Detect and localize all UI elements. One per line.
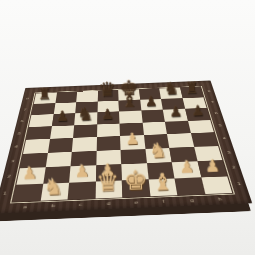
square-h6: ♟ — [185, 108, 210, 121]
square-h8: ♜ — [180, 87, 204, 98]
file-label-d: d — [107, 202, 111, 206]
rank-label-1-left: 1 — [3, 191, 8, 195]
square-d3 — [96, 150, 121, 166]
square-d5 — [97, 123, 120, 137]
square-e1: ♚ — [122, 179, 150, 197]
square-b4 — [47, 138, 73, 153]
square-b6: ♟ — [52, 113, 76, 126]
chess-board: ♜♛♚♞♜♝♟♟♞♟♟♟♟♞♟♟♟♟♟♞♛♚♝ abcdefgh11223344… — [0, 81, 252, 214]
square-g2: ♟ — [172, 161, 201, 178]
square-g6: ♟ — [163, 109, 188, 122]
square-h3 — [194, 146, 223, 162]
playing-area: ♜♛♚♞♜♝♟♟♞♟♟♟♟♞♟♟♟♟♟♞♛♚♝ — [13, 87, 233, 202]
rank-label-5-left: 5 — [17, 132, 21, 135]
square-e5 — [119, 122, 143, 136]
square-f2 — [146, 162, 174, 179]
rank-label-3-right: 3 — [227, 151, 231, 154]
square-h7 — [182, 97, 206, 109]
square-c7 — [75, 101, 97, 113]
white-pawn-a2: ♟ — [22, 165, 38, 182]
square-f1: ♝ — [148, 178, 177, 196]
square-g7 — [161, 98, 185, 110]
square-g3 — [169, 147, 197, 163]
square-h5 — [187, 120, 213, 133]
square-b1: ♞ — [40, 182, 69, 200]
rank-label-7-left: 7 — [23, 108, 26, 110]
rank-label-5-right: 5 — [218, 124, 222, 127]
rank-label-4-left: 4 — [14, 145, 18, 148]
square-a3 — [20, 153, 48, 169]
square-d6: ♟ — [97, 112, 120, 125]
file-label-e: e — [134, 201, 138, 205]
photo-scene: ♜♛♚♞♜♝♟♟♞♟♟♟♟♞♟♟♟♟♟♞♛♚♝ abcdefgh11223344… — [0, 0, 255, 255]
rank-label-4-right: 4 — [222, 137, 226, 140]
rank-label-8-right: 8 — [207, 90, 211, 92]
square-g4 — [167, 133, 194, 147]
black-rook-h8: ♜ — [185, 81, 199, 97]
black-knight-g8: ♞ — [163, 80, 179, 98]
square-b3 — [45, 152, 72, 168]
rank-label-2-right: 2 — [232, 166, 237, 169]
file-label-c: c — [79, 203, 82, 207]
file-label-h: h — [217, 197, 222, 201]
file-label-a: a — [23, 205, 27, 209]
square-a1 — [13, 183, 43, 201]
square-g5 — [165, 121, 191, 135]
square-e4: ♟ — [120, 135, 145, 150]
rank-label-8-left: 8 — [26, 98, 29, 100]
square-h2: ♟ — [197, 160, 227, 177]
square-c5 — [73, 124, 97, 138]
white-pawn-c2: ♟ — [74, 163, 90, 180]
square-e6 — [119, 111, 142, 124]
square-h4 — [190, 132, 218, 146]
square-f5 — [142, 122, 167, 136]
square-c2: ♟ — [69, 165, 96, 182]
square-d7 — [97, 100, 119, 112]
square-f4 — [143, 134, 169, 149]
rank-label-6-left: 6 — [20, 120, 24, 123]
rank-label-3-left: 3 — [11, 159, 15, 162]
square-g1 — [174, 177, 204, 195]
square-d2: ♟ — [95, 164, 121, 181]
square-a5 — [26, 126, 51, 140]
white-pawn-d2: ♟ — [100, 162, 116, 179]
square-d4 — [96, 136, 120, 151]
file-label-g: g — [190, 198, 195, 202]
file-label-f: f — [162, 200, 165, 204]
square-e3 — [121, 149, 147, 165]
board-frame: ♜♛♚♞♜♝♟♟♞♟♟♟♟♞♟♟♟♟♟♞♛♚♝ abcdefgh11223344… — [0, 81, 252, 214]
square-a4 — [23, 139, 49, 154]
rank-label-2-left: 2 — [7, 175, 11, 179]
square-b5 — [50, 125, 75, 139]
square-c6: ♞ — [74, 112, 97, 125]
square-e2 — [121, 163, 148, 180]
rank-label-6-right: 6 — [214, 112, 218, 115]
rank-label-1-right: 1 — [237, 182, 242, 186]
square-f3: ♞ — [145, 148, 172, 164]
square-h1 — [201, 176, 232, 194]
square-d1: ♛ — [95, 180, 122, 198]
square-a6 — [29, 114, 53, 127]
square-c1 — [68, 181, 96, 199]
square-b2 — [43, 166, 71, 183]
square-a2: ♟ — [16, 167, 45, 184]
square-f6 — [141, 110, 165, 123]
square-c4 — [72, 137, 97, 152]
black-rook-a8: ♜ — [37, 87, 51, 103]
white-pawn-h2: ♟ — [205, 157, 221, 174]
white-pawn-g2: ♟ — [179, 159, 195, 176]
file-label-b: b — [51, 204, 55, 208]
rank-label-7-right: 7 — [211, 101, 215, 103]
square-c3 — [71, 151, 97, 167]
square-e7: ♝ — [119, 100, 141, 112]
square-f7: ♟ — [140, 99, 163, 111]
